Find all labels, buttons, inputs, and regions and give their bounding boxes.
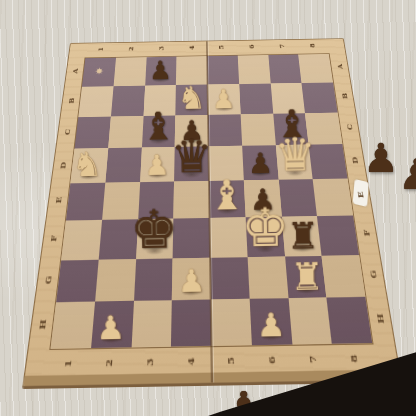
file-label-left-b: B bbox=[65, 94, 78, 108]
rank-label-top-3: 3 bbox=[155, 42, 166, 55]
square-f6: ♚ bbox=[245, 216, 284, 256]
square-f7: ♜ bbox=[281, 216, 321, 256]
square-d7: ♛ bbox=[275, 145, 312, 180]
square-h4 bbox=[171, 300, 211, 347]
piece-light-pawn-h6: ♟ bbox=[257, 309, 287, 342]
square-d2 bbox=[105, 148, 141, 183]
file-label-right-d: D bbox=[347, 152, 361, 168]
pawn-icon: ♟ bbox=[257, 309, 287, 342]
square-h5 bbox=[211, 299, 252, 346]
piece-light-pawn-d3: ♟ bbox=[144, 152, 169, 180]
piece-light-pawn-b5: ♟ bbox=[212, 86, 236, 112]
pawn-icon: ♟ bbox=[96, 312, 126, 345]
piece-light-queen-d7: ♛ bbox=[274, 131, 316, 177]
rank-label-bottom-8: 8 bbox=[345, 347, 362, 370]
file-label-left-c: C bbox=[60, 124, 73, 139]
file-label-right-h: H bbox=[371, 308, 388, 329]
piece-light-pawn-g4: ♟ bbox=[177, 266, 205, 298]
square-d4: ♛ bbox=[174, 147, 209, 182]
square-g4: ♟ bbox=[172, 257, 211, 300]
square-b4: ♞ bbox=[176, 84, 208, 115]
square-c5 bbox=[208, 114, 242, 147]
square-g2 bbox=[95, 259, 136, 302]
rank-label-bottom-6: 6 bbox=[264, 349, 280, 372]
file-label-right-b: B bbox=[338, 89, 351, 103]
rank-label-top-5: 5 bbox=[216, 41, 227, 54]
rank-label-bottom-1: 1 bbox=[60, 352, 76, 375]
king-icon: ♚ bbox=[241, 200, 290, 254]
piece-light-rook-g7: ♜ bbox=[290, 258, 324, 296]
square-h6: ♟ bbox=[249, 299, 291, 346]
king-icon: ♚ bbox=[129, 202, 178, 256]
file-label-right-a: A bbox=[333, 60, 346, 73]
queen-icon: ♛ bbox=[170, 133, 212, 179]
square-a1: ✦✦ bbox=[82, 58, 116, 87]
rank-label-top-1: 1 bbox=[95, 43, 107, 56]
captured-dark-piece-right-edge: ♟ bbox=[398, 154, 416, 196]
pawn-icon: ♟ bbox=[177, 266, 205, 298]
square-b5: ♟ bbox=[208, 84, 241, 115]
square-f4 bbox=[173, 218, 210, 258]
knight-icon: ♞ bbox=[72, 147, 103, 181]
rank-label-top-7: 7 bbox=[276, 40, 288, 53]
square-g3 bbox=[133, 258, 172, 301]
rank-label-top-6: 6 bbox=[246, 40, 257, 53]
pawn-icon: ♟ bbox=[212, 86, 236, 112]
square-g1 bbox=[56, 259, 98, 302]
square-h2: ♟ bbox=[91, 301, 134, 348]
file-label-left-h: H bbox=[34, 313, 50, 334]
square-e8 bbox=[313, 179, 353, 216]
piece-dark-pawn-d6: ♟ bbox=[248, 150, 273, 178]
piece-dark-pawn-a3: ♟ bbox=[149, 58, 172, 84]
piece-light-king-f6: ♚ bbox=[241, 200, 290, 254]
square-h7 bbox=[288, 298, 332, 345]
square-g8 bbox=[322, 255, 366, 298]
piece-dark-king-f3: ♚ bbox=[129, 202, 178, 256]
rank-label-bottom-3: 3 bbox=[142, 351, 157, 374]
square-a5 bbox=[207, 56, 239, 85]
rank-label-bottom-7: 7 bbox=[304, 348, 320, 371]
square-g6 bbox=[247, 256, 288, 299]
piece-dark-rook-f7: ♜ bbox=[286, 217, 319, 254]
square-a3: ♟ bbox=[145, 57, 177, 86]
board-grid: ✦✦♟♞♟♝♟♝♞♟♛♟♛♝♟♚♚♜♟♜♟♟ bbox=[49, 53, 373, 350]
square-f8 bbox=[317, 215, 359, 255]
square-e1 bbox=[66, 183, 105, 220]
square-c2 bbox=[108, 116, 143, 149]
file-label-left-f: F bbox=[46, 230, 61, 248]
square-g5 bbox=[210, 257, 249, 300]
rank-label-bottom-4: 4 bbox=[183, 350, 197, 373]
square-g7: ♜ bbox=[285, 255, 327, 298]
square-b1 bbox=[78, 86, 113, 117]
chessboard-scene: ✦✦♟♞♟♝♟♝♞♟♛♟♛♝♟♚♚♜♟♜♟♟ AA11BB22CC33DD44E… bbox=[50, 22, 366, 338]
square-a7 bbox=[268, 54, 302, 83]
queen-icon: ♛ bbox=[274, 131, 316, 177]
piece-light-knight-b4: ♞ bbox=[177, 81, 206, 113]
square-a6 bbox=[238, 55, 271, 84]
square-f1 bbox=[61, 220, 102, 260]
square-d3: ♟ bbox=[140, 147, 175, 182]
square-h8 bbox=[327, 297, 373, 344]
square-e4 bbox=[174, 181, 210, 218]
file-label-left-d: D bbox=[56, 157, 70, 173]
square-h3 bbox=[131, 301, 172, 348]
rank-label-top-2: 2 bbox=[125, 43, 136, 56]
piece-light-pawn-h2: ♟ bbox=[96, 312, 126, 345]
square-c6 bbox=[240, 113, 275, 146]
rank-label-top-4: 4 bbox=[186, 42, 196, 55]
wood-floor: ✦✦♟♞♟♝♟♝♞♟♛♟♛♝♟♚♚♜♟♜♟♟ AA11BB22CC33DD44E… bbox=[0, 0, 416, 416]
rank-label-top-8: 8 bbox=[306, 39, 318, 52]
square-d6: ♟ bbox=[242, 145, 278, 180]
chessboard: ✦✦♟♞♟♝♟♝♞♟♛♟♛♝♟♚♚♜♟♜♟♟ AA11BB22CC33DD44E… bbox=[22, 38, 401, 386]
file-label-left-g: G bbox=[40, 270, 56, 290]
file-label-left-e: E bbox=[51, 192, 65, 209]
square-b6 bbox=[239, 83, 273, 114]
square-f3: ♚ bbox=[136, 218, 174, 258]
pawn-icon: ♟ bbox=[144, 152, 169, 180]
file-label-right-g: G bbox=[365, 264, 381, 284]
file-label-left-a: A bbox=[69, 65, 81, 78]
pawn-icon: ♟ bbox=[248, 150, 273, 178]
knight-icon: ♞ bbox=[177, 81, 206, 113]
square-d1: ♞ bbox=[70, 148, 108, 183]
rook-icon: ♜ bbox=[290, 258, 324, 296]
file-label-right-f: F bbox=[359, 224, 375, 242]
piece-light-knight-d1: ♞ bbox=[72, 147, 103, 181]
pawn-icon: ♟ bbox=[149, 58, 172, 84]
square-a8 bbox=[298, 54, 333, 83]
square-a2 bbox=[113, 57, 146, 86]
square-h1 bbox=[51, 302, 95, 349]
rank-label-bottom-2: 2 bbox=[101, 352, 117, 375]
captured-dark-pawn-on-floor: ♟ bbox=[363, 138, 399, 178]
file-label-right-c: C bbox=[342, 119, 356, 134]
rook-icon: ♜ bbox=[286, 217, 319, 254]
piece-dark-queen-d4: ♛ bbox=[170, 133, 212, 179]
rank-label-bottom-5: 5 bbox=[224, 350, 239, 373]
